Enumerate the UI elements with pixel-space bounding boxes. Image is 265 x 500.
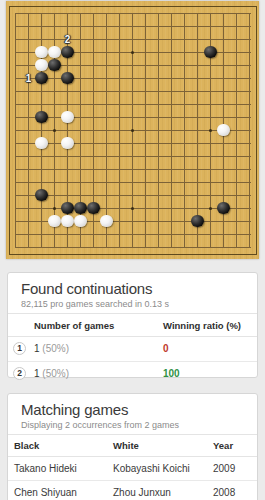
board-point-T9[interactable] bbox=[243, 137, 256, 150]
board-point-J8[interactable] bbox=[113, 150, 126, 163]
board-point-R9[interactable] bbox=[217, 137, 230, 150]
board-point-H15[interactable] bbox=[100, 59, 113, 72]
board-point-O10[interactable] bbox=[178, 124, 191, 137]
board-point-E12[interactable] bbox=[61, 98, 74, 111]
board-point-H17[interactable] bbox=[100, 33, 113, 46]
board-point-M4[interactable] bbox=[152, 202, 165, 215]
board-point-Q14[interactable] bbox=[204, 72, 217, 85]
board-point-D11[interactable] bbox=[48, 111, 61, 124]
board-point-A5[interactable] bbox=[9, 189, 22, 202]
board-point-S8[interactable] bbox=[230, 150, 243, 163]
board-point-N2[interactable] bbox=[165, 228, 178, 241]
board-point-R12[interactable] bbox=[217, 98, 230, 111]
board-point-B19[interactable] bbox=[22, 7, 35, 20]
board-point-M15[interactable] bbox=[152, 59, 165, 72]
board-point-L15[interactable] bbox=[139, 59, 152, 72]
board-point-R14[interactable] bbox=[217, 72, 230, 85]
board-point-K12[interactable] bbox=[126, 98, 139, 111]
game-row[interactable]: Takano HidekiKobayashi Koichi2009 bbox=[8, 457, 257, 481]
board-point-F1[interactable] bbox=[74, 241, 87, 254]
board-point-N16[interactable] bbox=[165, 46, 178, 59]
board-point-M19[interactable] bbox=[152, 7, 165, 20]
board-point-A6[interactable] bbox=[9, 176, 22, 189]
board-point-F2[interactable] bbox=[74, 228, 87, 241]
board-point-E17[interactable]: 2 bbox=[61, 33, 74, 46]
board-point-J19[interactable] bbox=[113, 7, 126, 20]
board-point-F9[interactable] bbox=[74, 137, 87, 150]
board-point-G17[interactable] bbox=[87, 33, 100, 46]
board-point-F5[interactable] bbox=[74, 189, 87, 202]
board-point-L1[interactable] bbox=[139, 241, 152, 254]
board-point-Q5[interactable] bbox=[204, 189, 217, 202]
board-point-K15[interactable] bbox=[126, 59, 139, 72]
board-point-T18[interactable] bbox=[243, 20, 256, 33]
board-point-Q13[interactable] bbox=[204, 85, 217, 98]
board-point-E11[interactable] bbox=[61, 111, 74, 124]
board-point-O14[interactable] bbox=[178, 72, 191, 85]
board-point-B6[interactable] bbox=[22, 176, 35, 189]
board-point-A2[interactable] bbox=[9, 228, 22, 241]
board-point-D10[interactable] bbox=[48, 124, 61, 137]
board-point-H13[interactable] bbox=[100, 85, 113, 98]
board-point-A19[interactable] bbox=[9, 7, 22, 20]
board-point-G14[interactable] bbox=[87, 72, 100, 85]
board-point-L18[interactable] bbox=[139, 20, 152, 33]
board-point-L13[interactable] bbox=[139, 85, 152, 98]
board-point-N19[interactable] bbox=[165, 7, 178, 20]
board-point-T19[interactable] bbox=[243, 7, 256, 20]
board-point-M11[interactable] bbox=[152, 111, 165, 124]
board-point-H2[interactable] bbox=[100, 228, 113, 241]
board-point-B17[interactable] bbox=[22, 33, 35, 46]
board-point-J5[interactable] bbox=[113, 189, 126, 202]
board-point-T3[interactable] bbox=[243, 215, 256, 228]
board-point-E2[interactable] bbox=[61, 228, 74, 241]
board-point-P19[interactable] bbox=[191, 7, 204, 20]
board-point-J12[interactable] bbox=[113, 98, 126, 111]
board-point-L2[interactable] bbox=[139, 228, 152, 241]
board-point-E5[interactable] bbox=[61, 189, 74, 202]
continuation-label-1[interactable]: 1 bbox=[22, 72, 35, 85]
board-point-L11[interactable] bbox=[139, 111, 152, 124]
board-point-P8[interactable] bbox=[191, 150, 204, 163]
board-point-K8[interactable] bbox=[126, 150, 139, 163]
board-point-B11[interactable] bbox=[22, 111, 35, 124]
board-point-J4[interactable] bbox=[113, 202, 126, 215]
board-point-J17[interactable] bbox=[113, 33, 126, 46]
board-point-S15[interactable] bbox=[230, 59, 243, 72]
board-point-G5[interactable] bbox=[87, 189, 100, 202]
board-point-L10[interactable] bbox=[139, 124, 152, 137]
board-point-E9[interactable] bbox=[61, 137, 74, 150]
board-point-B7[interactable] bbox=[22, 163, 35, 176]
board-point-B15[interactable] bbox=[22, 59, 35, 72]
board-point-M3[interactable] bbox=[152, 215, 165, 228]
board-point-N15[interactable] bbox=[165, 59, 178, 72]
board-point-T15[interactable] bbox=[243, 59, 256, 72]
board-point-A13[interactable] bbox=[9, 85, 22, 98]
board-point-T11[interactable] bbox=[243, 111, 256, 124]
board-point-F6[interactable] bbox=[74, 176, 87, 189]
board-point-R1[interactable] bbox=[217, 241, 230, 254]
board-point-H12[interactable] bbox=[100, 98, 113, 111]
board-point-R18[interactable] bbox=[217, 20, 230, 33]
board-point-A12[interactable] bbox=[9, 98, 22, 111]
board-point-S11[interactable] bbox=[230, 111, 243, 124]
board-point-K5[interactable] bbox=[126, 189, 139, 202]
board-point-B18[interactable] bbox=[22, 20, 35, 33]
board-point-H6[interactable] bbox=[100, 176, 113, 189]
board-point-S2[interactable] bbox=[230, 228, 243, 241]
board-point-R2[interactable] bbox=[217, 228, 230, 241]
board-point-D13[interactable] bbox=[48, 85, 61, 98]
board-point-Q6[interactable] bbox=[204, 176, 217, 189]
board-point-J10[interactable] bbox=[113, 124, 126, 137]
board-point-K19[interactable] bbox=[126, 7, 139, 20]
board-point-P7[interactable] bbox=[191, 163, 204, 176]
board-point-S19[interactable] bbox=[230, 7, 243, 20]
board-point-G7[interactable] bbox=[87, 163, 100, 176]
board-point-J18[interactable] bbox=[113, 20, 126, 33]
board-point-E7[interactable] bbox=[61, 163, 74, 176]
board-point-B9[interactable] bbox=[22, 137, 35, 150]
board-point-A4[interactable] bbox=[9, 202, 22, 215]
board-point-R8[interactable] bbox=[217, 150, 230, 163]
board-point-L19[interactable] bbox=[139, 7, 152, 20]
board-point-E8[interactable] bbox=[61, 150, 74, 163]
board-point-C1[interactable] bbox=[35, 241, 48, 254]
board-point-B12[interactable] bbox=[22, 98, 35, 111]
board-point-C11[interactable] bbox=[35, 111, 48, 124]
board-point-O2[interactable] bbox=[178, 228, 191, 241]
board-point-A16[interactable] bbox=[9, 46, 22, 59]
board-point-O13[interactable] bbox=[178, 85, 191, 98]
board-point-E10[interactable] bbox=[61, 124, 74, 137]
board-point-O3[interactable] bbox=[178, 215, 191, 228]
board-point-T17[interactable] bbox=[243, 33, 256, 46]
board-point-P15[interactable] bbox=[191, 59, 204, 72]
board-point-H5[interactable] bbox=[100, 189, 113, 202]
board-point-O16[interactable] bbox=[178, 46, 191, 59]
board-point-K18[interactable] bbox=[126, 20, 139, 33]
board-point-K13[interactable] bbox=[126, 85, 139, 98]
board-point-C16[interactable] bbox=[35, 46, 48, 59]
board-point-G2[interactable] bbox=[87, 228, 100, 241]
board-point-S12[interactable] bbox=[230, 98, 243, 111]
board-point-J2[interactable] bbox=[113, 228, 126, 241]
board-point-T10[interactable] bbox=[243, 124, 256, 137]
board-point-T16[interactable] bbox=[243, 46, 256, 59]
board-point-N7[interactable] bbox=[165, 163, 178, 176]
board-point-M13[interactable] bbox=[152, 85, 165, 98]
board-point-C3[interactable] bbox=[35, 215, 48, 228]
board-point-H3[interactable] bbox=[100, 215, 113, 228]
board-point-C2[interactable] bbox=[35, 228, 48, 241]
board-point-R10[interactable] bbox=[217, 124, 230, 137]
board-point-K1[interactable] bbox=[126, 241, 139, 254]
board-point-C14[interactable] bbox=[35, 72, 48, 85]
board-point-N5[interactable] bbox=[165, 189, 178, 202]
board-point-H10[interactable] bbox=[100, 124, 113, 137]
board-point-M1[interactable] bbox=[152, 241, 165, 254]
board-point-B5[interactable] bbox=[22, 189, 35, 202]
board-point-G9[interactable] bbox=[87, 137, 100, 150]
board-point-B3[interactable] bbox=[22, 215, 35, 228]
board-point-K2[interactable] bbox=[126, 228, 139, 241]
board-point-G10[interactable] bbox=[87, 124, 100, 137]
board-point-C7[interactable] bbox=[35, 163, 48, 176]
board-point-S4[interactable] bbox=[230, 202, 243, 215]
board-point-F19[interactable] bbox=[74, 7, 87, 20]
board-point-Q15[interactable] bbox=[204, 59, 217, 72]
board-point-E3[interactable] bbox=[61, 215, 74, 228]
board-point-G13[interactable] bbox=[87, 85, 100, 98]
board-point-G15[interactable] bbox=[87, 59, 100, 72]
board-point-R16[interactable] bbox=[217, 46, 230, 59]
board-point-D19[interactable] bbox=[48, 7, 61, 20]
board-point-F16[interactable] bbox=[74, 46, 87, 59]
board-point-M6[interactable] bbox=[152, 176, 165, 189]
board-point-A11[interactable] bbox=[9, 111, 22, 124]
board-point-O1[interactable] bbox=[178, 241, 191, 254]
board-point-J16[interactable] bbox=[113, 46, 126, 59]
board-point-N1[interactable] bbox=[165, 241, 178, 254]
continuation-row[interactable]: 21 (50%)100 bbox=[8, 362, 257, 386]
board-point-T1[interactable] bbox=[243, 241, 256, 254]
board-point-O15[interactable] bbox=[178, 59, 191, 72]
board-point-D1[interactable] bbox=[48, 241, 61, 254]
board-point-A8[interactable] bbox=[9, 150, 22, 163]
board-point-M14[interactable] bbox=[152, 72, 165, 85]
board-point-A10[interactable] bbox=[9, 124, 22, 137]
board-point-R13[interactable] bbox=[217, 85, 230, 98]
board-point-F17[interactable] bbox=[74, 33, 87, 46]
board-point-G12[interactable] bbox=[87, 98, 100, 111]
board-point-E14[interactable] bbox=[61, 72, 74, 85]
board-point-G4[interactable] bbox=[87, 202, 100, 215]
board-point-T8[interactable] bbox=[243, 150, 256, 163]
board-point-M12[interactable] bbox=[152, 98, 165, 111]
board-point-R7[interactable] bbox=[217, 163, 230, 176]
board-point-P1[interactable] bbox=[191, 241, 204, 254]
board-point-N8[interactable] bbox=[165, 150, 178, 163]
board-point-H8[interactable] bbox=[100, 150, 113, 163]
board-point-D17[interactable] bbox=[48, 33, 61, 46]
board-point-O8[interactable] bbox=[178, 150, 191, 163]
board-point-T14[interactable] bbox=[243, 72, 256, 85]
board-point-N17[interactable] bbox=[165, 33, 178, 46]
board-point-P2[interactable] bbox=[191, 228, 204, 241]
board-point-M2[interactable] bbox=[152, 228, 165, 241]
board-point-D6[interactable] bbox=[48, 176, 61, 189]
continuation-label-2[interactable]: 2 bbox=[61, 33, 74, 46]
board-point-O19[interactable] bbox=[178, 7, 191, 20]
board-point-P14[interactable] bbox=[191, 72, 204, 85]
board-point-P16[interactable] bbox=[191, 46, 204, 59]
board-point-D15[interactable] bbox=[48, 59, 61, 72]
board-point-R17[interactable] bbox=[217, 33, 230, 46]
board-point-S6[interactable] bbox=[230, 176, 243, 189]
board-point-L17[interactable] bbox=[139, 33, 152, 46]
board-point-F18[interactable] bbox=[74, 20, 87, 33]
board-point-N4[interactable] bbox=[165, 202, 178, 215]
board-point-L3[interactable] bbox=[139, 215, 152, 228]
board-point-Q2[interactable] bbox=[204, 228, 217, 241]
board-point-B4[interactable] bbox=[22, 202, 35, 215]
board-point-S16[interactable] bbox=[230, 46, 243, 59]
board-point-Q19[interactable] bbox=[204, 7, 217, 20]
board-point-O12[interactable] bbox=[178, 98, 191, 111]
board-point-L14[interactable] bbox=[139, 72, 152, 85]
board-point-L5[interactable] bbox=[139, 189, 152, 202]
board-point-S18[interactable] bbox=[230, 20, 243, 33]
go-board[interactable]: 21 bbox=[6, 1, 259, 259]
board-point-G1[interactable] bbox=[87, 241, 100, 254]
board-point-O11[interactable] bbox=[178, 111, 191, 124]
board-point-S17[interactable] bbox=[230, 33, 243, 46]
board-point-K16[interactable] bbox=[126, 46, 139, 59]
board-point-R11[interactable] bbox=[217, 111, 230, 124]
board-point-E18[interactable] bbox=[61, 20, 74, 33]
board-point-H14[interactable] bbox=[100, 72, 113, 85]
board-point-M9[interactable] bbox=[152, 137, 165, 150]
board-point-C19[interactable] bbox=[35, 7, 48, 20]
board-point-E16[interactable] bbox=[61, 46, 74, 59]
board-point-M10[interactable] bbox=[152, 124, 165, 137]
board-point-R15[interactable] bbox=[217, 59, 230, 72]
board-point-J13[interactable] bbox=[113, 85, 126, 98]
board-point-L7[interactable] bbox=[139, 163, 152, 176]
board-point-R19[interactable] bbox=[217, 7, 230, 20]
board-point-H4[interactable] bbox=[100, 202, 113, 215]
board-point-A7[interactable] bbox=[9, 163, 22, 176]
board-point-K11[interactable] bbox=[126, 111, 139, 124]
board-point-J15[interactable] bbox=[113, 59, 126, 72]
board-point-O6[interactable] bbox=[178, 176, 191, 189]
board-point-K17[interactable] bbox=[126, 33, 139, 46]
board-point-A1[interactable] bbox=[9, 241, 22, 254]
board-point-K9[interactable] bbox=[126, 137, 139, 150]
board-point-N6[interactable] bbox=[165, 176, 178, 189]
board-point-H11[interactable] bbox=[100, 111, 113, 124]
board-point-P12[interactable] bbox=[191, 98, 204, 111]
board-point-F11[interactable] bbox=[74, 111, 87, 124]
board-point-B14[interactable]: 1 bbox=[22, 72, 35, 85]
board-point-Q8[interactable] bbox=[204, 150, 217, 163]
board-point-Q7[interactable] bbox=[204, 163, 217, 176]
board-point-C6[interactable] bbox=[35, 176, 48, 189]
board-point-F3[interactable] bbox=[74, 215, 87, 228]
board-point-C4[interactable] bbox=[35, 202, 48, 215]
board-point-P17[interactable] bbox=[191, 33, 204, 46]
board-point-L9[interactable] bbox=[139, 137, 152, 150]
board-point-J14[interactable] bbox=[113, 72, 126, 85]
board-point-H16[interactable] bbox=[100, 46, 113, 59]
board-point-P3[interactable] bbox=[191, 215, 204, 228]
board-point-J6[interactable] bbox=[113, 176, 126, 189]
board-point-B10[interactable] bbox=[22, 124, 35, 137]
board-point-N13[interactable] bbox=[165, 85, 178, 98]
board-point-D14[interactable] bbox=[48, 72, 61, 85]
board-point-G6[interactable] bbox=[87, 176, 100, 189]
board-point-F8[interactable] bbox=[74, 150, 87, 163]
board-point-L6[interactable] bbox=[139, 176, 152, 189]
board-point-O18[interactable] bbox=[178, 20, 191, 33]
board-point-D8[interactable] bbox=[48, 150, 61, 163]
board-point-Q3[interactable] bbox=[204, 215, 217, 228]
board-point-G16[interactable] bbox=[87, 46, 100, 59]
game-row[interactable]: Chen ShiyuanZhou Junxun2008 bbox=[8, 481, 257, 500]
board-point-A18[interactable] bbox=[9, 20, 22, 33]
board-point-R6[interactable] bbox=[217, 176, 230, 189]
board-point-G8[interactable] bbox=[87, 150, 100, 163]
board-point-C15[interactable] bbox=[35, 59, 48, 72]
board-point-H1[interactable] bbox=[100, 241, 113, 254]
board-point-T2[interactable] bbox=[243, 228, 256, 241]
board-point-B13[interactable] bbox=[22, 85, 35, 98]
board-point-S10[interactable] bbox=[230, 124, 243, 137]
board-point-J1[interactable] bbox=[113, 241, 126, 254]
board-point-Q9[interactable] bbox=[204, 137, 217, 150]
board-point-N10[interactable] bbox=[165, 124, 178, 137]
board-point-F13[interactable] bbox=[74, 85, 87, 98]
board-point-G19[interactable] bbox=[87, 7, 100, 20]
board-point-C13[interactable] bbox=[35, 85, 48, 98]
board-point-J9[interactable] bbox=[113, 137, 126, 150]
board-point-P4[interactable] bbox=[191, 202, 204, 215]
board-point-H7[interactable] bbox=[100, 163, 113, 176]
board-point-C9[interactable] bbox=[35, 137, 48, 150]
board-point-T12[interactable] bbox=[243, 98, 256, 111]
board-point-T4[interactable] bbox=[243, 202, 256, 215]
board-point-S5[interactable] bbox=[230, 189, 243, 202]
board-point-M18[interactable] bbox=[152, 20, 165, 33]
board-point-Q17[interactable] bbox=[204, 33, 217, 46]
board-point-K6[interactable] bbox=[126, 176, 139, 189]
board-point-D2[interactable] bbox=[48, 228, 61, 241]
board-point-R5[interactable] bbox=[217, 189, 230, 202]
board-point-E13[interactable] bbox=[61, 85, 74, 98]
board-point-C10[interactable] bbox=[35, 124, 48, 137]
board-point-Q10[interactable] bbox=[204, 124, 217, 137]
board-point-C18[interactable] bbox=[35, 20, 48, 33]
board-point-D12[interactable] bbox=[48, 98, 61, 111]
board-point-P11[interactable] bbox=[191, 111, 204, 124]
board-point-N18[interactable] bbox=[165, 20, 178, 33]
board-point-M17[interactable] bbox=[152, 33, 165, 46]
board-point-Q4[interactable] bbox=[204, 202, 217, 215]
board-point-O4[interactable] bbox=[178, 202, 191, 215]
board-point-S14[interactable] bbox=[230, 72, 243, 85]
board-point-F4[interactable] bbox=[74, 202, 87, 215]
board-point-P13[interactable] bbox=[191, 85, 204, 98]
board-point-M8[interactable] bbox=[152, 150, 165, 163]
board-point-B2[interactable] bbox=[22, 228, 35, 241]
board-point-H9[interactable] bbox=[100, 137, 113, 150]
board-point-N11[interactable] bbox=[165, 111, 178, 124]
board-point-H18[interactable] bbox=[100, 20, 113, 33]
board-point-D18[interactable] bbox=[48, 20, 61, 33]
board-point-L8[interactable] bbox=[139, 150, 152, 163]
board-point-Q12[interactable] bbox=[204, 98, 217, 111]
board-point-F12[interactable] bbox=[74, 98, 87, 111]
board-point-N9[interactable] bbox=[165, 137, 178, 150]
board-point-N3[interactable] bbox=[165, 215, 178, 228]
board-point-C8[interactable] bbox=[35, 150, 48, 163]
board-point-G18[interactable] bbox=[87, 20, 100, 33]
board-point-A9[interactable] bbox=[9, 137, 22, 150]
board-point-H19[interactable] bbox=[100, 7, 113, 20]
